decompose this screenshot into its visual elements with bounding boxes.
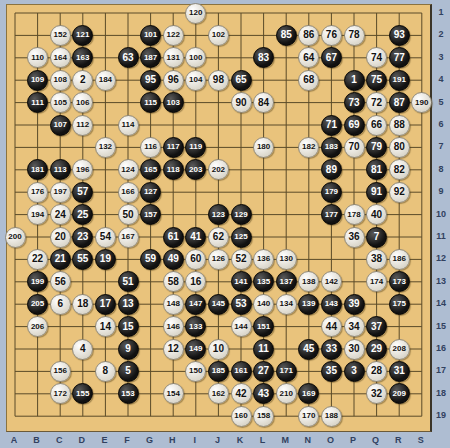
stone-white-76[interactable]: 76 [321, 25, 342, 46]
stone-black-15[interactable]: 15 [118, 316, 139, 337]
stone-white-30[interactable]: 30 [344, 339, 365, 360]
stone-white-2[interactable]: 2 [72, 70, 93, 91]
stone-white-200[interactable]: 200 [5, 227, 26, 248]
stone-black-61[interactable]: 61 [163, 227, 184, 248]
stone-white-167[interactable]: 167 [118, 227, 139, 248]
row-label-10: 10 [436, 209, 446, 219]
stone-black-209[interactable]: 209 [389, 383, 410, 404]
row-label-19: 19 [436, 410, 446, 420]
column-label-K: K [237, 435, 244, 445]
stone-white-144[interactable]: 144 [231, 316, 252, 337]
stone-white-122[interactable]: 122 [163, 25, 184, 46]
stone-black-91[interactable]: 91 [366, 182, 387, 203]
column-label-C: C [56, 435, 63, 445]
stone-black-125[interactable]: 125 [231, 227, 252, 248]
stone-white-146[interactable]: 146 [163, 316, 184, 337]
stone-black-33[interactable]: 33 [321, 339, 342, 360]
stone-white-78[interactable]: 78 [344, 25, 365, 46]
stone-white-160[interactable]: 160 [231, 406, 252, 427]
stone-white-6[interactable]: 6 [50, 294, 71, 315]
stone-black-191[interactable]: 191 [389, 70, 410, 91]
row-label-1: 1 [438, 7, 443, 17]
stone-white-134[interactable]: 134 [276, 294, 297, 315]
stone-white-34[interactable]: 34 [344, 316, 365, 337]
column-label-P: P [350, 435, 356, 445]
column-label-O: O [327, 435, 334, 445]
stone-black-177[interactable]: 177 [321, 204, 342, 225]
stone-white-66[interactable]: 66 [366, 115, 387, 136]
stone-black-143[interactable]: 143 [321, 294, 342, 315]
row-label-13: 13 [436, 276, 446, 286]
stone-white-120[interactable]: 120 [185, 3, 206, 24]
stone-black-45[interactable]: 45 [298, 339, 319, 360]
stone-black-113[interactable]: 113 [50, 159, 71, 180]
stone-white-210[interactable]: 210 [276, 383, 297, 404]
stone-black-35[interactable]: 35 [321, 361, 342, 382]
stone-white-50[interactable]: 50 [118, 204, 139, 225]
stone-white-176[interactable]: 176 [27, 182, 48, 203]
stone-white-105[interactable]: 105 [50, 92, 71, 113]
stone-white-156[interactable]: 156 [50, 361, 71, 382]
stone-black-57[interactable]: 57 [72, 182, 93, 203]
stone-black-31[interactable]: 31 [389, 361, 410, 382]
stone-black-117[interactable]: 117 [163, 137, 184, 158]
stone-white-104[interactable]: 104 [185, 70, 206, 91]
stone-white-164[interactable]: 164 [50, 47, 71, 68]
stone-white-130[interactable]: 130 [276, 249, 297, 270]
stone-white-58[interactable]: 58 [163, 271, 184, 292]
column-label-B: B [33, 435, 40, 445]
stone-black-185[interactable]: 185 [208, 361, 229, 382]
stone-white-158[interactable]: 158 [253, 406, 274, 427]
stone-black-13[interactable]: 13 [118, 294, 139, 315]
stone-black-95[interactable]: 95 [140, 70, 161, 91]
row-label-7: 7 [438, 141, 443, 151]
stone-black-3[interactable]: 3 [344, 361, 365, 382]
row-label-4: 4 [438, 74, 443, 84]
stone-black-39[interactable]: 39 [344, 294, 365, 315]
stone-white-136[interactable]: 136 [253, 249, 274, 270]
stone-white-88[interactable]: 88 [389, 115, 410, 136]
column-label-F: F [124, 435, 130, 445]
stone-black-51[interactable]: 51 [118, 271, 139, 292]
stone-black-139[interactable]: 139 [298, 294, 319, 315]
column-label-R: R [395, 435, 402, 445]
stone-black-109[interactable]: 109 [27, 70, 48, 91]
row-label-3: 3 [438, 52, 443, 62]
stone-white-42[interactable]: 42 [231, 383, 252, 404]
stone-black-123[interactable]: 123 [208, 204, 229, 225]
stone-white-188[interactable]: 188 [321, 406, 342, 427]
stone-black-77[interactable]: 77 [389, 47, 410, 68]
row-label-14: 14 [436, 298, 446, 308]
stone-white-62[interactable]: 62 [208, 227, 229, 248]
stone-black-85[interactable]: 85 [276, 25, 297, 46]
stone-black-11[interactable]: 11 [253, 339, 274, 360]
stone-black-27[interactable]: 27 [253, 361, 274, 382]
stone-white-96[interactable]: 96 [163, 70, 184, 91]
column-label-D: D [79, 435, 86, 445]
stone-black-63[interactable]: 63 [118, 47, 139, 68]
stone-white-132[interactable]: 132 [95, 137, 116, 158]
stone-white-8[interactable]: 8 [95, 361, 116, 382]
row-label-11: 11 [436, 231, 446, 241]
stone-white-14[interactable]: 14 [95, 316, 116, 337]
stone-black-93[interactable]: 93 [389, 25, 410, 46]
row-label-8: 8 [438, 164, 443, 174]
stone-white-124[interactable]: 124 [118, 159, 139, 180]
stone-black-71[interactable]: 71 [321, 115, 342, 136]
column-label-A: A [11, 435, 18, 445]
column-label-I: I [194, 435, 197, 445]
stone-black-101[interactable]: 101 [140, 25, 161, 46]
stone-black-5[interactable]: 5 [118, 361, 139, 382]
stone-black-171[interactable]: 171 [276, 361, 297, 382]
row-label-6: 6 [438, 119, 443, 129]
stone-black-205[interactable]: 205 [27, 294, 48, 315]
stone-black-75[interactable]: 75 [366, 70, 387, 91]
row-label-18: 18 [436, 388, 446, 398]
stone-white-102[interactable]: 102 [208, 25, 229, 46]
stone-black-173[interactable]: 173 [389, 271, 410, 292]
stone-white-197[interactable]: 197 [50, 182, 71, 203]
stone-black-141[interactable]: 141 [231, 271, 252, 292]
stone-black-17[interactable]: 17 [95, 294, 116, 315]
row-label-17: 17 [436, 365, 446, 375]
stone-white-131[interactable]: 131 [163, 47, 184, 68]
stone-black-49[interactable]: 49 [163, 249, 184, 270]
stone-black-127[interactable]: 127 [140, 182, 161, 203]
stone-black-87[interactable]: 87 [389, 92, 410, 113]
stone-black-41[interactable]: 41 [185, 227, 206, 248]
stone-white-114[interactable]: 114 [118, 115, 139, 136]
stone-white-98[interactable]: 98 [208, 70, 229, 91]
stone-white-80[interactable]: 80 [389, 137, 410, 158]
row-label-5: 5 [438, 97, 443, 107]
stone-white-126[interactable]: 126 [208, 249, 229, 270]
row-label-9: 9 [438, 186, 443, 196]
stone-black-161[interactable]: 161 [231, 361, 252, 382]
stone-white-28[interactable]: 28 [366, 361, 387, 382]
column-label-Q: Q [372, 435, 379, 445]
row-label-15: 15 [436, 321, 446, 331]
stone-white-54[interactable]: 54 [95, 227, 116, 248]
stone-white-18[interactable]: 18 [72, 294, 93, 315]
stone-white-152[interactable]: 152 [50, 25, 71, 46]
go-board[interactable]: 1201521211011221028586767893110164163631… [6, 4, 432, 432]
stone-white-172[interactable]: 172 [50, 383, 71, 404]
stone-white-20[interactable]: 20 [50, 227, 71, 248]
stone-black-9[interactable]: 9 [118, 339, 139, 360]
stone-white-12[interactable]: 12 [163, 339, 184, 360]
stone-white-92[interactable]: 92 [389, 182, 410, 203]
column-label-H: H [169, 435, 176, 445]
stone-white-56[interactable]: 56 [50, 271, 71, 292]
stone-white-4[interactable]: 4 [72, 339, 93, 360]
stone-white-166[interactable]: 166 [118, 182, 139, 203]
stone-white-52[interactable]: 52 [231, 249, 252, 270]
stone-white-116[interactable]: 116 [140, 137, 161, 158]
stone-white-38[interactable]: 38 [366, 249, 387, 270]
stone-white-82[interactable]: 82 [389, 159, 410, 180]
stone-white-178[interactable]: 178 [344, 204, 365, 225]
stone-white-44[interactable]: 44 [321, 316, 342, 337]
stone-black-147[interactable]: 147 [185, 294, 206, 315]
stone-white-68[interactable]: 68 [298, 70, 319, 91]
stone-white-180[interactable]: 180 [253, 137, 274, 158]
row-label-12: 12 [436, 253, 446, 263]
stone-white-90[interactable]: 90 [231, 92, 252, 113]
stone-black-23[interactable]: 23 [72, 227, 93, 248]
stone-white-10[interactable]: 10 [208, 339, 229, 360]
go-diagram: 1201521211011221028586767893110164163631… [0, 0, 450, 448]
column-label-S: S [418, 435, 424, 445]
stone-black-65[interactable]: 65 [231, 70, 252, 91]
stone-white-70[interactable]: 70 [344, 137, 365, 158]
stone-black-103[interactable]: 103 [163, 92, 184, 113]
stone-black-53[interactable]: 53 [231, 294, 252, 315]
stone-white-148[interactable]: 148 [163, 294, 184, 315]
stone-white-36[interactable]: 36 [344, 227, 365, 248]
stone-black-19[interactable]: 19 [95, 249, 116, 270]
stone-white-154[interactable]: 154 [163, 383, 184, 404]
stone-black-79[interactable]: 79 [366, 137, 387, 158]
stone-white-170[interactable]: 170 [298, 406, 319, 427]
stone-white-184[interactable]: 184 [95, 70, 116, 91]
column-label-N: N [305, 435, 312, 445]
stone-white-112[interactable]: 112 [72, 115, 93, 136]
stone-black-179[interactable]: 179 [321, 182, 342, 203]
column-label-J: J [215, 435, 220, 445]
stone-black-153[interactable]: 153 [118, 383, 139, 404]
stone-black-69[interactable]: 69 [344, 115, 365, 136]
stone-black-175[interactable]: 175 [389, 294, 410, 315]
stone-black-145[interactable]: 145 [208, 294, 229, 315]
stone-white-186[interactable]: 186 [389, 249, 410, 270]
stone-black-107[interactable]: 107 [50, 115, 71, 136]
column-label-E: E [101, 435, 107, 445]
stone-black-183[interactable]: 183 [321, 137, 342, 158]
column-label-M: M [281, 435, 289, 445]
stone-black-137[interactable]: 137 [276, 271, 297, 292]
stone-black-59[interactable]: 59 [140, 249, 161, 270]
row-label-16: 16 [436, 343, 446, 353]
stone-black-21[interactable]: 21 [50, 249, 71, 270]
stone-black-29[interactable]: 29 [366, 339, 387, 360]
stone-white-24[interactable]: 24 [50, 204, 71, 225]
stone-black-149[interactable]: 149 [185, 339, 206, 360]
stone-white-22[interactable]: 22 [27, 249, 48, 270]
stone-black-1[interactable]: 1 [344, 70, 365, 91]
stone-black-129[interactable]: 129 [231, 204, 252, 225]
row-label-2: 2 [438, 29, 443, 39]
column-label-L: L [260, 435, 266, 445]
stone-black-73[interactable]: 73 [344, 92, 365, 113]
stone-black-118[interactable]: 118 [163, 159, 184, 180]
stone-black-7[interactable]: 7 [366, 227, 387, 248]
column-label-G: G [146, 435, 153, 445]
stone-white-108[interactable]: 108 [50, 70, 71, 91]
stone-white-208[interactable]: 208 [389, 339, 410, 360]
stone-white-140[interactable]: 140 [253, 294, 274, 315]
